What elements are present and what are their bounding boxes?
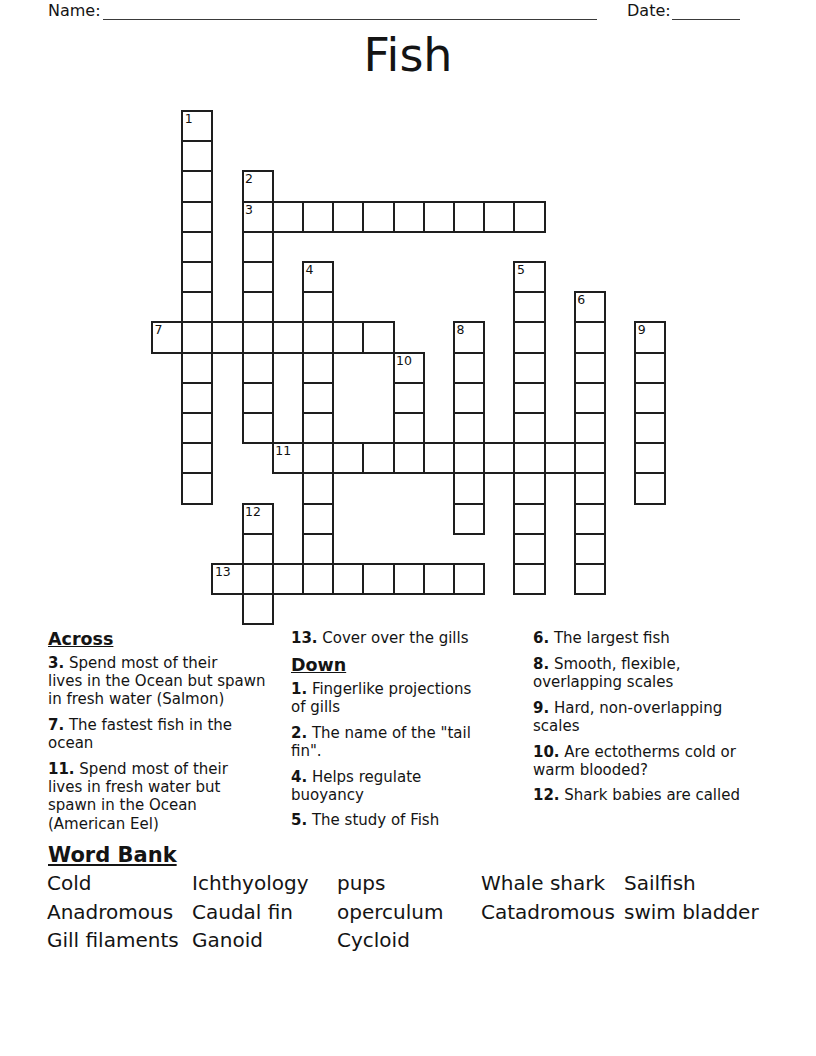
cell-number-5: 5 xyxy=(517,264,525,277)
grid-cell[interactable] xyxy=(181,352,213,384)
grid-cell[interactable] xyxy=(181,261,213,293)
grid-cell[interactable] xyxy=(513,201,545,233)
cell-number-13: 13 xyxy=(215,566,231,579)
word-bank-word: operculum xyxy=(337,898,481,927)
grid-cell[interactable] xyxy=(574,472,606,504)
grid-cell[interactable] xyxy=(513,472,545,504)
grid-cell[interactable] xyxy=(574,563,606,595)
grid-cell[interactable] xyxy=(332,321,364,353)
grid-cell[interactable] xyxy=(574,442,606,474)
grid-cell[interactable] xyxy=(634,442,666,474)
word-bank-word: Cold xyxy=(47,869,192,898)
grid-cell[interactable] xyxy=(574,352,606,384)
grid-cell[interactable] xyxy=(393,382,425,414)
date-blank-line[interactable] xyxy=(672,3,740,20)
cell-number-1: 1 xyxy=(185,113,193,126)
cell-number-8: 8 xyxy=(457,324,465,337)
grid-cell[interactable] xyxy=(453,412,485,444)
clue-2: 2. The name of the "tailfin". xyxy=(291,724,471,760)
grid-cell[interactable] xyxy=(302,563,334,595)
word-bank-grid: ColdIchthyologypupsWhale sharkSailfishAn… xyxy=(47,869,759,955)
grid-cell[interactable] xyxy=(453,201,485,233)
grid-cell[interactable] xyxy=(634,472,666,504)
grid-cell[interactable] xyxy=(574,503,606,535)
grid-cell[interactable] xyxy=(483,201,515,233)
grid-cell[interactable] xyxy=(181,472,213,504)
grid-cell[interactable] xyxy=(302,321,334,353)
grid-cell[interactable] xyxy=(272,563,304,595)
grid-cell[interactable] xyxy=(634,352,666,384)
date-label: Date: xyxy=(627,2,671,20)
grid-cell[interactable] xyxy=(513,291,545,323)
cell-number-6: 6 xyxy=(577,294,585,307)
grid-cell[interactable] xyxy=(211,321,243,353)
grid-cell[interactable] xyxy=(634,412,666,444)
name-blank-line[interactable] xyxy=(103,3,597,20)
clue-1: 1. Fingerlike projectionsof gills xyxy=(291,680,471,716)
grid-cell[interactable] xyxy=(181,321,213,353)
grid-cell[interactable] xyxy=(242,291,274,323)
cell-number-2: 2 xyxy=(245,173,253,186)
grid-cell[interactable] xyxy=(242,412,274,444)
grid-cell[interactable] xyxy=(574,321,606,353)
word-bank-word: Catadromous xyxy=(481,898,624,927)
grid-cell[interactable] xyxy=(544,442,576,474)
grid-cell[interactable] xyxy=(453,472,485,504)
grid-cell[interactable] xyxy=(302,352,334,384)
clues-header-across: Across xyxy=(48,629,266,649)
clue-4: 4. Helps regulatebuoyancy xyxy=(291,768,471,804)
grid-cell[interactable] xyxy=(362,442,394,474)
grid-cell[interactable] xyxy=(362,201,394,233)
grid-cell[interactable] xyxy=(302,442,334,474)
clue-7: 7. The fastest fish in theocean xyxy=(48,716,266,752)
cell-number-4: 4 xyxy=(306,264,314,277)
grid-cell[interactable] xyxy=(453,563,485,595)
grid-cell[interactable] xyxy=(513,563,545,595)
grid-cell[interactable] xyxy=(242,321,274,353)
grid-cell[interactable] xyxy=(574,412,606,444)
cell-number-3: 3 xyxy=(245,204,253,217)
word-bank-word: Sailfish xyxy=(624,869,759,898)
grid-cell[interactable] xyxy=(513,503,545,535)
word-bank-word: Whale shark xyxy=(481,869,624,898)
grid-cell[interactable] xyxy=(242,563,274,595)
grid-cell[interactable] xyxy=(272,321,304,353)
clue-6: 6. The largest fish xyxy=(533,629,740,647)
clue-13: 13. Cover over the gills xyxy=(291,629,471,647)
grid-cell[interactable] xyxy=(574,382,606,414)
word-bank-word: pups xyxy=(337,869,481,898)
clue-12: 12. Shark babies are called xyxy=(533,786,740,804)
grid-cell[interactable] xyxy=(574,533,606,565)
cell-number-11: 11 xyxy=(275,445,291,458)
cell-number-12: 12 xyxy=(245,506,261,519)
grid-cell[interactable] xyxy=(453,503,485,535)
grid-cell[interactable] xyxy=(302,201,334,233)
word-bank-word: Gill filaments xyxy=(47,926,192,955)
clue-8: 8. Smooth, flexible,overlapping scales xyxy=(533,655,740,691)
clue-5: 5. The study of Fish xyxy=(291,811,471,829)
cell-number-9: 9 xyxy=(638,324,646,337)
grid-cell[interactable] xyxy=(423,442,455,474)
grid-cell[interactable] xyxy=(181,170,213,202)
grid-cell[interactable] xyxy=(513,321,545,353)
clue-3: 3. Spend most of theirlives in the Ocean… xyxy=(48,654,266,709)
grid-cell[interactable] xyxy=(242,533,274,565)
grid-cell[interactable] xyxy=(423,201,455,233)
name-label: Name: xyxy=(48,2,101,20)
grid-cell[interactable] xyxy=(302,291,334,323)
page-title: Fish xyxy=(0,32,816,78)
clue-column-2: 13. Cover over the gillsDown1. Fingerlik… xyxy=(291,629,471,837)
clues-header-down: Down xyxy=(291,655,471,675)
grid-cell[interactable] xyxy=(453,442,485,474)
word-bank-title: Word Bank xyxy=(48,844,177,867)
word-bank-word: Ganoid xyxy=(192,926,337,955)
grid-cell[interactable] xyxy=(513,382,545,414)
grid-cell[interactable] xyxy=(393,412,425,444)
word-bank-word: Caudal fin xyxy=(192,898,337,927)
grid-cell[interactable] xyxy=(181,382,213,414)
grid-cell[interactable] xyxy=(302,412,334,444)
cell-number-10: 10 xyxy=(396,355,412,368)
grid-cell[interactable] xyxy=(302,382,334,414)
grid-cell[interactable] xyxy=(302,533,334,565)
clue-11: 11. Spend most of theirlives in fresh wa… xyxy=(48,760,266,833)
word-bank-word: Ichthyology xyxy=(192,869,337,898)
clue-column-3: 6. The largest fish8. Smooth, flexible,o… xyxy=(533,629,740,812)
grid-cell[interactable] xyxy=(242,261,274,293)
grid-cell[interactable] xyxy=(362,563,394,595)
word-bank-word: Anadromous xyxy=(47,898,192,927)
grid-cell[interactable] xyxy=(513,442,545,474)
word-bank-word: swim bladder xyxy=(624,898,759,927)
grid-cell[interactable] xyxy=(423,563,455,595)
grid-cell[interactable] xyxy=(483,442,515,474)
grid-cell[interactable] xyxy=(453,352,485,384)
clue-10: 10. Are ectotherms cold orwarm blooded? xyxy=(533,743,740,779)
grid-cell[interactable] xyxy=(393,563,425,595)
grid-cell[interactable] xyxy=(242,593,274,625)
grid-cell[interactable] xyxy=(181,442,213,474)
grid-cell[interactable] xyxy=(242,231,274,263)
crossword-grid: 12345678910111213 xyxy=(151,110,665,624)
grid-cell[interactable] xyxy=(242,382,274,414)
grid-cell[interactable] xyxy=(181,140,213,172)
grid-cell[interactable] xyxy=(513,412,545,444)
grid-cell[interactable] xyxy=(332,201,364,233)
grid-cell[interactable] xyxy=(634,382,666,414)
worksheet-page: Name: Date: Fish 12345678910111213 Acros… xyxy=(0,0,816,1056)
word-bank-word: Cycloid xyxy=(337,926,481,955)
grid-cell[interactable] xyxy=(302,503,334,535)
grid-cell[interactable] xyxy=(513,352,545,384)
grid-cell[interactable] xyxy=(272,201,304,233)
clue-column-1: Across3. Spend most of theirlives in the… xyxy=(48,629,266,840)
grid-cell[interactable] xyxy=(181,412,213,444)
cell-number-7: 7 xyxy=(155,324,163,337)
grid-cell[interactable] xyxy=(302,472,334,504)
grid-cell[interactable] xyxy=(393,201,425,233)
grid-cell[interactable] xyxy=(181,231,213,263)
grid-cell[interactable] xyxy=(181,201,213,233)
grid-cell[interactable] xyxy=(242,352,274,384)
grid-cell[interactable] xyxy=(453,382,485,414)
clue-9: 9. Hard, non-overlappingscales xyxy=(533,699,740,735)
grid-cell[interactable] xyxy=(181,291,213,323)
grid-cell[interactable] xyxy=(362,321,394,353)
grid-cell[interactable] xyxy=(513,533,545,565)
grid-cell[interactable] xyxy=(393,442,425,474)
grid-cell[interactable] xyxy=(332,563,364,595)
grid-cell[interactable] xyxy=(332,442,364,474)
